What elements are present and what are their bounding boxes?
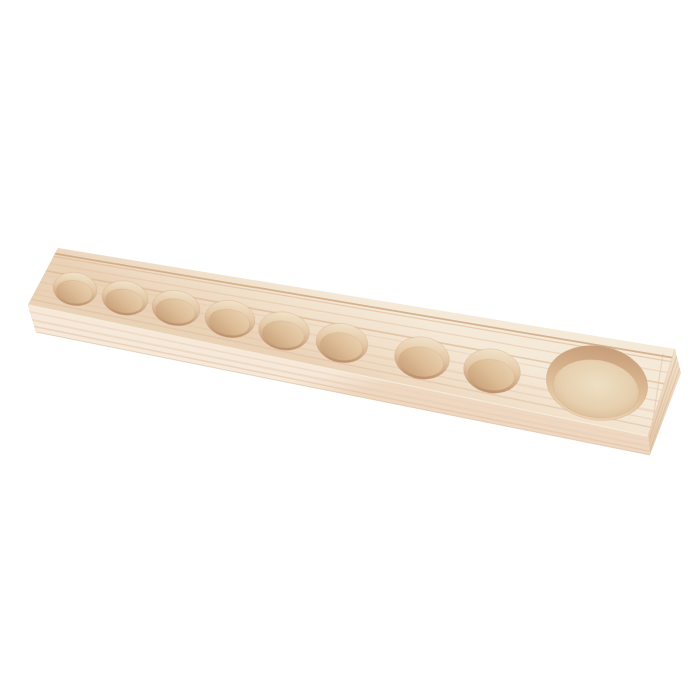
board-svg (0, 0, 700, 700)
product-photo-stage (0, 0, 700, 700)
board (28, 248, 681, 455)
